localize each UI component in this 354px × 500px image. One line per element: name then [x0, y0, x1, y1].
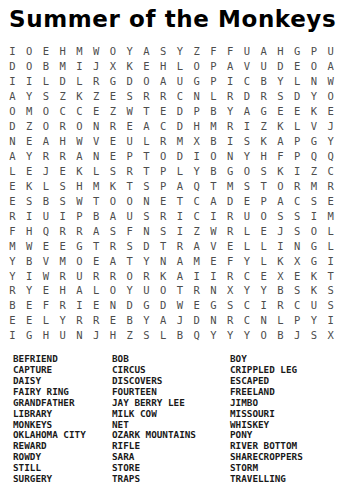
grid-cell: N [138, 193, 155, 208]
grid-cell: E [255, 268, 272, 283]
grid-cell: A [272, 134, 289, 149]
grid-cell: Z [255, 119, 272, 134]
grid-cell: H [38, 328, 55, 343]
grid-cell: E [155, 193, 172, 208]
grid-cell: R [4, 283, 21, 298]
grid-cell: W [172, 298, 189, 313]
grid-cell: S [289, 283, 306, 298]
grid-cell: O [71, 119, 88, 134]
grid-cell: Y [272, 74, 289, 89]
grid-cell: C [322, 164, 339, 179]
grid-cell: D [4, 119, 21, 134]
grid-cell: E [289, 104, 306, 119]
grid-cell: Y [21, 89, 38, 104]
grid-cell: M [4, 238, 21, 253]
grid-cell: E [54, 164, 71, 179]
grid-cell: J [322, 119, 339, 134]
grid-cell: U [121, 208, 138, 223]
grid-cell: H [255, 149, 272, 164]
grid-cell: S [105, 164, 122, 179]
grid-cell: A [205, 193, 222, 208]
grid-cell: Y [54, 313, 71, 328]
grid-cell: R [222, 208, 239, 223]
grid-cell: E [155, 104, 172, 119]
grid-cell: R [222, 119, 239, 134]
grid-cell: N [205, 283, 222, 298]
grid-cell: N [105, 298, 122, 313]
grid-cell: E [88, 253, 105, 268]
grid-cell: R [255, 89, 272, 104]
grid-cell: R [322, 178, 339, 193]
grid-cell: G [205, 298, 222, 313]
grid-cell: E [105, 149, 122, 164]
grid-cell: D [172, 119, 189, 134]
grid-cell: G [105, 74, 122, 89]
grid-cell: V [239, 59, 256, 74]
grid-cell: P [205, 59, 222, 74]
grid-cell: C [239, 298, 256, 313]
word-list-item: TRAVELLING [230, 474, 303, 485]
grid-cell: E [38, 238, 55, 253]
grid-cell: E [88, 104, 105, 119]
grid-cell: K [306, 104, 323, 119]
grid-cell: F [4, 223, 21, 238]
grid-cell: S [138, 178, 155, 193]
grid-cell: S [289, 208, 306, 223]
grid-cell: Q [188, 178, 205, 193]
grid-cell: E [21, 313, 38, 328]
grid-cell: S [155, 223, 172, 238]
grid-cell: I [222, 134, 239, 149]
grid-cell: K [71, 164, 88, 179]
grid-cell: S [21, 193, 38, 208]
grid-cell: X [322, 328, 339, 343]
grid-cell: K [71, 89, 88, 104]
grid-cell: I [21, 74, 38, 89]
grid-cell: E [121, 119, 138, 134]
grid-cell: E [21, 164, 38, 179]
grid-cell: S [121, 89, 138, 104]
grid-cell: I [54, 208, 71, 223]
grid-cell: I [71, 298, 88, 313]
grid-cell: E [38, 283, 55, 298]
grid-cell: F [38, 298, 55, 313]
grid-cell: V [205, 238, 222, 253]
word-search-grid: IOEHMWOYASYZFFUAHGPUDOBMIJXKEHLOPAVUDEOA… [4, 44, 339, 343]
grid-cell: J [272, 223, 289, 238]
grid-cell: R [272, 298, 289, 313]
grid-cell: A [322, 59, 339, 74]
grid-cell: P [289, 149, 306, 164]
grid-cell: L [155, 328, 172, 343]
grid-cell: X [188, 134, 205, 149]
word-list-column-1: BEFRIENDCAPTUREDAISYFAIRY RINGGRANDFATHE… [13, 354, 86, 485]
grid-cell: G [255, 104, 272, 119]
grid-cell: X [105, 59, 122, 74]
grid-cell: I [272, 238, 289, 253]
grid-cell: I [71, 59, 88, 74]
grid-cell: P [205, 74, 222, 89]
grid-cell: F [205, 44, 222, 59]
grid-cell: R [54, 223, 71, 238]
grid-cell: T [172, 193, 189, 208]
grid-cell: T [88, 238, 105, 253]
grid-cell: C [289, 298, 306, 313]
grid-cell: F [272, 149, 289, 164]
grid-cell: Z [54, 89, 71, 104]
grid-cell: N [155, 253, 172, 268]
grid-cell: S [322, 298, 339, 313]
grid-cell: R [105, 238, 122, 253]
word-list-item: SURGERY [13, 474, 86, 485]
grid-cell: N [306, 74, 323, 89]
grid-cell: E [21, 298, 38, 313]
grid-cell: G [289, 44, 306, 59]
grid-cell: Z [188, 223, 205, 238]
grid-cell: Q [322, 149, 339, 164]
grid-cell: P [71, 208, 88, 223]
grid-cell: A [71, 283, 88, 298]
grid-cell: R [138, 268, 155, 283]
puzzle-page: Summer of the Monkeys IOEHMWOYASYZFFUAHG… [0, 0, 354, 500]
grid-cell: W [21, 238, 38, 253]
grid-cell: Y [21, 149, 38, 164]
grid-cell: D [239, 89, 256, 104]
grid-cell: F [222, 253, 239, 268]
grid-cell: C [239, 268, 256, 283]
grid-cell: Y [21, 283, 38, 298]
grid-cell: E [105, 89, 122, 104]
grid-cell: L [255, 253, 272, 268]
grid-cell: O [21, 59, 38, 74]
grid-cell: N [222, 149, 239, 164]
grid-cell: C [289, 193, 306, 208]
grid-cell: T [172, 283, 189, 298]
word-list-item: MISSOURI [230, 409, 303, 420]
grid-cell: G [306, 134, 323, 149]
grid-cell: H [54, 134, 71, 149]
grid-cell: H [54, 283, 71, 298]
grid-cell: P [289, 134, 306, 149]
grid-cell: Z [121, 328, 138, 343]
grid-cell: L [289, 74, 306, 89]
grid-cell: R [155, 134, 172, 149]
grid-cell: A [172, 253, 189, 268]
grid-cell: B [4, 298, 21, 313]
grid-cell: O [4, 104, 21, 119]
grid-cell: H [54, 44, 71, 59]
grid-cell: S [255, 164, 272, 179]
grid-cell: K [255, 134, 272, 149]
grid-cell: R [105, 119, 122, 134]
grid-cell: I [4, 328, 21, 343]
grid-cell: D [138, 238, 155, 253]
grid-cell: O [239, 164, 256, 179]
grid-cell: V [38, 253, 55, 268]
grid-cell: I [322, 253, 339, 268]
grid-cell: Z [188, 44, 205, 59]
grid-cell: O [105, 283, 122, 298]
grid-cell: E [322, 104, 339, 119]
grid-cell: A [239, 104, 256, 119]
grid-cell: A [4, 89, 21, 104]
grid-cell: R [88, 313, 105, 328]
grid-cell: Z [105, 104, 122, 119]
grid-cell: Z [88, 89, 105, 104]
grid-cell: D [272, 59, 289, 74]
grid-cell: R [54, 298, 71, 313]
grid-cell: D [155, 298, 172, 313]
grid-cell: N [4, 134, 21, 149]
grid-cell: C [172, 89, 189, 104]
grid-cell: C [54, 104, 71, 119]
grid-cell: Y [205, 328, 222, 343]
grid-cell: I [4, 74, 21, 89]
grid-cell: G [222, 164, 239, 179]
grid-cell: R [155, 89, 172, 104]
grid-cell: L [38, 74, 55, 89]
grid-cell: Y [306, 89, 323, 104]
grid-cell: L [138, 134, 155, 149]
grid-cell: D [172, 149, 189, 164]
grid-cell: U [172, 74, 189, 89]
grid-cell: B [121, 313, 138, 328]
grid-cell: D [54, 74, 71, 89]
grid-cell: M [322, 208, 339, 223]
grid-cell: O [205, 149, 222, 164]
grid-cell: E [289, 59, 306, 74]
grid-cell: I [21, 208, 38, 223]
grid-cell: Y [188, 164, 205, 179]
grid-cell: I [172, 208, 189, 223]
grid-cell: Q [188, 328, 205, 343]
grid-cell: A [188, 238, 205, 253]
grid-cell: C [188, 208, 205, 223]
grid-cell: X [289, 253, 306, 268]
grid-cell: S [272, 89, 289, 104]
grid-cell: O [21, 44, 38, 59]
grid-cell: W [88, 44, 105, 59]
grid-cell: B [172, 328, 189, 343]
grid-cell: S [272, 208, 289, 223]
grid-cell: M [54, 253, 71, 268]
grid-cell: E [255, 223, 272, 238]
grid-cell: Z [21, 119, 38, 134]
grid-cell: J [172, 313, 189, 328]
word-list-item: GRANDFATHER [13, 398, 86, 409]
grid-cell: O [138, 74, 155, 89]
grid-cell: K [272, 119, 289, 134]
grid-cell: D [172, 104, 189, 119]
grid-cell: B [38, 193, 55, 208]
grid-cell: E [289, 268, 306, 283]
grid-cell: S [155, 44, 172, 59]
grid-cell: S [54, 193, 71, 208]
grid-cell: M [21, 104, 38, 119]
grid-cell: N [205, 313, 222, 328]
grid-cell: R [222, 89, 239, 104]
grid-cell: R [222, 223, 239, 238]
grid-cell: B [272, 328, 289, 343]
grid-cell: I [255, 298, 272, 313]
grid-cell: N [255, 313, 272, 328]
grid-cell: U [306, 298, 323, 313]
grid-cell: L [38, 178, 55, 193]
word-list-column-3: BOYCRIPPLED LEGESCAPEDFREELANDJIMBOMISSO… [230, 354, 303, 485]
grid-cell: R [54, 268, 71, 283]
grid-cell: P [121, 149, 138, 164]
grid-cell: K [272, 164, 289, 179]
grid-cell: S [306, 193, 323, 208]
grid-cell: D [289, 89, 306, 104]
grid-cell: R [121, 164, 138, 179]
grid-cell: Y [239, 328, 256, 343]
grid-cell: Y [121, 283, 138, 298]
grid-cell: D [121, 298, 138, 313]
grid-cell: A [172, 268, 189, 283]
grid-cell: M [54, 59, 71, 74]
grid-cell: A [88, 223, 105, 238]
grid-cell: I [289, 164, 306, 179]
grid-cell: D [222, 193, 239, 208]
grid-cell: D [121, 74, 138, 89]
word-list-item: TRAPS [112, 474, 196, 485]
grid-cell: E [105, 134, 122, 149]
grid-cell: Y [138, 313, 155, 328]
grid-cell: R [222, 313, 239, 328]
grid-cell: O [155, 149, 172, 164]
grid-cell: T [255, 178, 272, 193]
grid-cell: U [138, 283, 155, 298]
word-list-column-2: BOBCIRCUSDISCOVERSFOURTEENJAY BERRY LEEM… [112, 354, 196, 485]
grid-cell: U [322, 44, 339, 59]
word-list-item: JIMBO [230, 398, 303, 409]
grid-cell: T [322, 268, 339, 283]
grid-cell: E [188, 298, 205, 313]
grid-cell: N [188, 89, 205, 104]
grid-cell: B [272, 283, 289, 298]
grid-cell: R [88, 268, 105, 283]
grid-cell: O [255, 328, 272, 343]
grid-cell: K [306, 268, 323, 283]
grid-cell: I [205, 268, 222, 283]
grid-cell: W [121, 104, 138, 119]
grid-cell: J [88, 328, 105, 343]
grid-cell: V [88, 134, 105, 149]
grid-cell: L [205, 89, 222, 104]
grid-cell: W [71, 134, 88, 149]
grid-cell: C [71, 104, 88, 119]
grid-cell: R [71, 313, 88, 328]
grid-cell: N [289, 238, 306, 253]
grid-cell: T [121, 178, 138, 193]
grid-cell: Y [138, 253, 155, 268]
grid-cell: L [239, 238, 256, 253]
grid-cell: H [105, 328, 122, 343]
grid-cell: I [306, 208, 323, 223]
grid-cell: N [88, 149, 105, 164]
grid-cell: O [121, 193, 138, 208]
grid-cell: L [172, 164, 189, 179]
grid-cell: E [21, 134, 38, 149]
grid-cell: E [322, 193, 339, 208]
grid-cell: R [71, 223, 88, 238]
grid-cell: F [222, 44, 239, 59]
grid-cell: A [105, 253, 122, 268]
grid-cell: I [222, 74, 239, 89]
grid-cell: H [21, 223, 38, 238]
grid-cell: N [71, 328, 88, 343]
grid-cell: U [121, 134, 138, 149]
grid-cell: D [4, 59, 21, 74]
grid-cell: D [188, 313, 205, 328]
grid-cell: K [272, 253, 289, 268]
grid-cell: L [4, 164, 21, 179]
grid-cell: G [188, 74, 205, 89]
grid-cell: O [322, 89, 339, 104]
grid-cell: A [255, 44, 272, 59]
grid-cell: R [54, 149, 71, 164]
grid-cell: P [188, 104, 205, 119]
grid-cell: S [322, 283, 339, 298]
grid-cell: N [138, 223, 155, 238]
grid-cell: V [306, 119, 323, 134]
grid-cell: I [322, 313, 339, 328]
grid-cell: M [188, 253, 205, 268]
grid-cell: Y [239, 283, 256, 298]
word-list-item: LIBRARY [13, 409, 86, 420]
grid-cell: Y [222, 328, 239, 343]
grid-cell: Q [306, 149, 323, 164]
grid-cell: G [71, 238, 88, 253]
grid-cell: R [54, 119, 71, 134]
grid-cell: L [88, 164, 105, 179]
grid-cell: H [155, 59, 172, 74]
grid-cell: E [88, 298, 105, 313]
grid-cell: Y [239, 149, 256, 164]
grid-cell: I [172, 223, 189, 238]
grid-cell: G [306, 253, 323, 268]
grid-cell: H [71, 178, 88, 193]
grid-cell: U [54, 328, 71, 343]
grid-cell: A [272, 193, 289, 208]
grid-cell: O [38, 119, 55, 134]
grid-cell: E [222, 238, 239, 253]
grid-cell: H [188, 119, 205, 134]
grid-cell: Y [121, 44, 138, 59]
grid-cell: W [205, 223, 222, 238]
grid-cell: S [306, 328, 323, 343]
grid-cell: U [239, 44, 256, 59]
grid-cell: T [121, 253, 138, 268]
grid-cell: S [121, 238, 138, 253]
grid-cell: S [54, 178, 71, 193]
grid-cell: W [71, 193, 88, 208]
grid-cell: K [155, 268, 172, 283]
grid-cell: I [188, 149, 205, 164]
grid-cell: O [306, 59, 323, 74]
grid-cell: Y [4, 253, 21, 268]
grid-cell: A [71, 149, 88, 164]
grid-cell: I [4, 44, 21, 59]
grid-cell: L [255, 238, 272, 253]
grid-cell: A [105, 208, 122, 223]
grid-cell: E [4, 313, 21, 328]
grid-cell: S [138, 328, 155, 343]
grid-cell: P [155, 178, 172, 193]
grid-cell: T [205, 178, 222, 193]
grid-cell: A [222, 59, 239, 74]
